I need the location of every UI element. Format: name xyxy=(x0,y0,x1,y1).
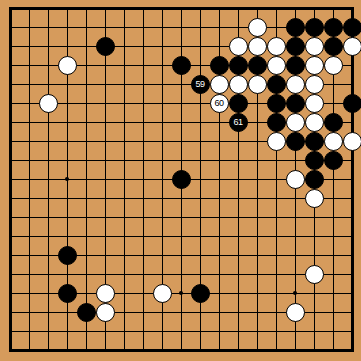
intersection[interactable] xyxy=(20,56,39,75)
intersection[interactable] xyxy=(267,0,286,18)
intersection[interactable] xyxy=(77,37,96,56)
intersection[interactable] xyxy=(343,94,361,113)
intersection[interactable] xyxy=(229,208,248,227)
intersection[interactable] xyxy=(172,0,191,18)
intersection[interactable] xyxy=(39,0,58,18)
intersection[interactable] xyxy=(172,18,191,37)
intersection[interactable] xyxy=(20,265,39,284)
intersection[interactable] xyxy=(172,189,191,208)
intersection[interactable] xyxy=(115,37,134,56)
intersection[interactable] xyxy=(248,132,267,151)
intersection[interactable] xyxy=(77,113,96,132)
intersection[interactable] xyxy=(210,56,229,75)
intersection[interactable] xyxy=(39,132,58,151)
intersection[interactable] xyxy=(324,265,343,284)
intersection[interactable] xyxy=(229,132,248,151)
intersection[interactable] xyxy=(191,303,210,322)
intersection[interactable] xyxy=(58,151,77,170)
intersection[interactable] xyxy=(58,341,77,360)
intersection[interactable] xyxy=(134,37,153,56)
intersection[interactable] xyxy=(305,18,324,37)
intersection[interactable] xyxy=(248,170,267,189)
intersection[interactable] xyxy=(248,208,267,227)
intersection[interactable] xyxy=(305,303,324,322)
intersection[interactable] xyxy=(96,37,115,56)
intersection[interactable] xyxy=(1,75,20,94)
intersection[interactable] xyxy=(96,0,115,18)
intersection[interactable] xyxy=(267,170,286,189)
intersection[interactable] xyxy=(115,208,134,227)
intersection[interactable] xyxy=(267,303,286,322)
intersection[interactable] xyxy=(172,208,191,227)
intersection[interactable] xyxy=(191,227,210,246)
intersection[interactable] xyxy=(134,0,153,18)
intersection[interactable] xyxy=(58,113,77,132)
intersection[interactable] xyxy=(324,227,343,246)
intersection[interactable] xyxy=(115,56,134,75)
intersection[interactable] xyxy=(172,284,191,303)
intersection[interactable] xyxy=(172,341,191,360)
intersection[interactable] xyxy=(115,265,134,284)
intersection[interactable] xyxy=(343,0,361,18)
intersection[interactable] xyxy=(229,170,248,189)
intersection[interactable] xyxy=(115,246,134,265)
intersection[interactable] xyxy=(58,75,77,94)
intersection[interactable] xyxy=(343,132,361,151)
intersection[interactable] xyxy=(286,0,305,18)
intersection[interactable] xyxy=(153,208,172,227)
intersection[interactable] xyxy=(96,208,115,227)
intersection[interactable] xyxy=(39,170,58,189)
intersection[interactable] xyxy=(286,322,305,341)
intersection[interactable] xyxy=(20,151,39,170)
intersection[interactable] xyxy=(286,18,305,37)
intersection[interactable] xyxy=(191,322,210,341)
intersection[interactable] xyxy=(248,75,267,94)
intersection[interactable] xyxy=(115,132,134,151)
intersection[interactable] xyxy=(324,0,343,18)
intersection[interactable] xyxy=(286,246,305,265)
intersection[interactable] xyxy=(153,56,172,75)
intersection[interactable] xyxy=(1,132,20,151)
intersection[interactable] xyxy=(210,284,229,303)
intersection[interactable] xyxy=(1,94,20,113)
intersection[interactable] xyxy=(1,56,20,75)
intersection[interactable] xyxy=(229,322,248,341)
intersection[interactable] xyxy=(1,303,20,322)
intersection[interactable] xyxy=(115,94,134,113)
intersection[interactable] xyxy=(115,227,134,246)
intersection[interactable] xyxy=(324,322,343,341)
intersection[interactable] xyxy=(1,37,20,56)
intersection[interactable]: 59 xyxy=(191,75,210,94)
intersection[interactable] xyxy=(248,0,267,18)
intersection[interactable] xyxy=(191,265,210,284)
intersection[interactable] xyxy=(153,18,172,37)
intersection[interactable] xyxy=(343,18,361,37)
intersection[interactable] xyxy=(324,37,343,56)
intersection[interactable] xyxy=(172,303,191,322)
intersection[interactable] xyxy=(77,189,96,208)
intersection[interactable] xyxy=(58,265,77,284)
intersection[interactable] xyxy=(286,170,305,189)
intersection[interactable] xyxy=(286,208,305,227)
intersection[interactable] xyxy=(39,208,58,227)
intersection[interactable] xyxy=(305,341,324,360)
intersection[interactable] xyxy=(77,227,96,246)
intersection[interactable] xyxy=(134,113,153,132)
intersection[interactable] xyxy=(343,56,361,75)
intersection[interactable] xyxy=(191,94,210,113)
intersection[interactable] xyxy=(267,189,286,208)
intersection[interactable] xyxy=(20,284,39,303)
intersection[interactable] xyxy=(343,265,361,284)
intersection[interactable] xyxy=(191,341,210,360)
intersection[interactable] xyxy=(210,37,229,56)
intersection[interactable] xyxy=(58,246,77,265)
intersection[interactable] xyxy=(20,132,39,151)
intersection[interactable] xyxy=(286,94,305,113)
intersection[interactable] xyxy=(115,151,134,170)
intersection[interactable] xyxy=(115,341,134,360)
intersection[interactable] xyxy=(267,227,286,246)
intersection[interactable] xyxy=(305,189,324,208)
intersection[interactable] xyxy=(134,322,153,341)
intersection[interactable] xyxy=(324,151,343,170)
intersection[interactable] xyxy=(343,208,361,227)
intersection[interactable] xyxy=(96,303,115,322)
intersection[interactable] xyxy=(191,170,210,189)
intersection[interactable] xyxy=(267,322,286,341)
intersection[interactable] xyxy=(324,170,343,189)
intersection[interactable] xyxy=(286,341,305,360)
intersection[interactable] xyxy=(286,151,305,170)
intersection[interactable] xyxy=(134,284,153,303)
intersection[interactable] xyxy=(343,113,361,132)
intersection[interactable] xyxy=(286,303,305,322)
intersection[interactable] xyxy=(39,246,58,265)
intersection[interactable] xyxy=(39,265,58,284)
intersection[interactable] xyxy=(305,246,324,265)
intersection[interactable] xyxy=(96,246,115,265)
intersection[interactable] xyxy=(96,265,115,284)
intersection[interactable] xyxy=(153,75,172,94)
intersection[interactable] xyxy=(286,227,305,246)
intersection[interactable] xyxy=(248,284,267,303)
intersection[interactable] xyxy=(210,265,229,284)
intersection[interactable] xyxy=(58,303,77,322)
intersection[interactable] xyxy=(172,75,191,94)
intersection[interactable] xyxy=(210,322,229,341)
intersection[interactable] xyxy=(191,246,210,265)
intersection[interactable] xyxy=(153,246,172,265)
intersection[interactable] xyxy=(286,113,305,132)
intersection[interactable] xyxy=(134,303,153,322)
intersection[interactable] xyxy=(115,18,134,37)
intersection[interactable] xyxy=(1,208,20,227)
intersection[interactable] xyxy=(324,56,343,75)
intersection[interactable] xyxy=(20,113,39,132)
intersection[interactable] xyxy=(248,246,267,265)
intersection[interactable] xyxy=(39,113,58,132)
intersection[interactable] xyxy=(248,56,267,75)
intersection[interactable] xyxy=(115,303,134,322)
intersection[interactable] xyxy=(172,246,191,265)
intersection[interactable] xyxy=(248,113,267,132)
intersection[interactable] xyxy=(305,284,324,303)
intersection[interactable] xyxy=(229,18,248,37)
intersection[interactable] xyxy=(343,246,361,265)
intersection[interactable] xyxy=(134,75,153,94)
intersection[interactable] xyxy=(134,56,153,75)
intersection[interactable] xyxy=(267,56,286,75)
intersection[interactable] xyxy=(324,132,343,151)
intersection[interactable] xyxy=(172,322,191,341)
intersection[interactable] xyxy=(96,284,115,303)
intersection[interactable] xyxy=(267,18,286,37)
intersection[interactable] xyxy=(153,265,172,284)
intersection[interactable] xyxy=(324,189,343,208)
intersection[interactable] xyxy=(77,265,96,284)
intersection[interactable] xyxy=(229,37,248,56)
intersection[interactable] xyxy=(229,56,248,75)
intersection[interactable] xyxy=(96,322,115,341)
intersection[interactable] xyxy=(96,132,115,151)
intersection[interactable] xyxy=(96,170,115,189)
intersection[interactable] xyxy=(286,75,305,94)
intersection[interactable] xyxy=(1,151,20,170)
intersection[interactable] xyxy=(58,94,77,113)
intersection[interactable] xyxy=(343,303,361,322)
intersection[interactable] xyxy=(20,75,39,94)
intersection[interactable] xyxy=(20,170,39,189)
intersection[interactable] xyxy=(286,189,305,208)
intersection[interactable] xyxy=(324,246,343,265)
intersection[interactable] xyxy=(229,151,248,170)
intersection[interactable] xyxy=(172,37,191,56)
intersection[interactable] xyxy=(267,132,286,151)
intersection[interactable] xyxy=(153,322,172,341)
intersection[interactable] xyxy=(1,284,20,303)
intersection[interactable] xyxy=(1,18,20,37)
intersection[interactable] xyxy=(20,341,39,360)
intersection[interactable] xyxy=(324,94,343,113)
intersection[interactable] xyxy=(134,189,153,208)
intersection[interactable] xyxy=(153,170,172,189)
intersection[interactable] xyxy=(210,246,229,265)
intersection[interactable]: 61 xyxy=(229,113,248,132)
intersection[interactable] xyxy=(77,284,96,303)
intersection[interactable] xyxy=(324,18,343,37)
intersection[interactable] xyxy=(77,246,96,265)
intersection[interactable] xyxy=(1,189,20,208)
intersection[interactable] xyxy=(96,341,115,360)
intersection[interactable] xyxy=(153,113,172,132)
intersection[interactable] xyxy=(210,113,229,132)
intersection[interactable] xyxy=(343,189,361,208)
intersection[interactable] xyxy=(20,322,39,341)
intersection[interactable] xyxy=(39,189,58,208)
intersection[interactable] xyxy=(305,56,324,75)
intersection[interactable] xyxy=(305,322,324,341)
intersection[interactable] xyxy=(210,151,229,170)
intersection[interactable] xyxy=(77,341,96,360)
intersection[interactable] xyxy=(96,113,115,132)
intersection[interactable] xyxy=(39,322,58,341)
intersection[interactable] xyxy=(248,37,267,56)
intersection[interactable] xyxy=(343,227,361,246)
intersection[interactable] xyxy=(305,0,324,18)
intersection[interactable] xyxy=(58,284,77,303)
intersection[interactable] xyxy=(286,265,305,284)
intersection[interactable] xyxy=(267,75,286,94)
intersection[interactable] xyxy=(343,284,361,303)
intersection[interactable] xyxy=(248,189,267,208)
intersection[interactable] xyxy=(134,341,153,360)
intersection[interactable] xyxy=(286,37,305,56)
intersection[interactable] xyxy=(286,132,305,151)
intersection[interactable] xyxy=(77,303,96,322)
intersection[interactable] xyxy=(324,208,343,227)
intersection[interactable] xyxy=(96,227,115,246)
intersection[interactable] xyxy=(58,37,77,56)
intersection[interactable] xyxy=(305,132,324,151)
intersection[interactable] xyxy=(153,341,172,360)
intersection[interactable] xyxy=(153,303,172,322)
intersection[interactable] xyxy=(343,341,361,360)
intersection[interactable] xyxy=(77,132,96,151)
intersection[interactable] xyxy=(77,322,96,341)
intersection[interactable] xyxy=(172,170,191,189)
intersection[interactable] xyxy=(343,37,361,56)
intersection[interactable] xyxy=(134,132,153,151)
intersection[interactable] xyxy=(1,113,20,132)
intersection[interactable] xyxy=(267,151,286,170)
intersection[interactable] xyxy=(58,0,77,18)
intersection[interactable] xyxy=(1,170,20,189)
intersection[interactable] xyxy=(191,284,210,303)
intersection[interactable] xyxy=(115,170,134,189)
intersection[interactable] xyxy=(324,341,343,360)
intersection[interactable] xyxy=(267,265,286,284)
intersection[interactable] xyxy=(286,284,305,303)
intersection[interactable] xyxy=(58,170,77,189)
intersection[interactable] xyxy=(210,341,229,360)
intersection[interactable] xyxy=(286,56,305,75)
intersection[interactable] xyxy=(20,189,39,208)
intersection[interactable] xyxy=(229,284,248,303)
intersection[interactable] xyxy=(229,94,248,113)
intersection[interactable] xyxy=(210,303,229,322)
intersection[interactable] xyxy=(305,265,324,284)
intersection[interactable] xyxy=(39,75,58,94)
intersection[interactable] xyxy=(39,56,58,75)
intersection[interactable] xyxy=(1,265,20,284)
intersection[interactable] xyxy=(134,94,153,113)
intersection[interactable] xyxy=(305,94,324,113)
intersection[interactable] xyxy=(210,170,229,189)
intersection[interactable] xyxy=(305,113,324,132)
intersection[interactable] xyxy=(96,75,115,94)
intersection[interactable] xyxy=(248,94,267,113)
intersection[interactable] xyxy=(305,151,324,170)
intersection[interactable] xyxy=(77,208,96,227)
intersection[interactable] xyxy=(58,18,77,37)
intersection[interactable] xyxy=(96,151,115,170)
intersection[interactable] xyxy=(248,265,267,284)
intersection[interactable] xyxy=(96,189,115,208)
intersection[interactable] xyxy=(229,265,248,284)
intersection[interactable] xyxy=(39,151,58,170)
intersection[interactable] xyxy=(267,284,286,303)
intersection[interactable] xyxy=(210,0,229,18)
intersection[interactable] xyxy=(58,56,77,75)
intersection[interactable] xyxy=(191,151,210,170)
intersection[interactable] xyxy=(39,341,58,360)
intersection[interactable] xyxy=(172,113,191,132)
intersection[interactable] xyxy=(267,94,286,113)
intersection[interactable] xyxy=(77,94,96,113)
intersection[interactable] xyxy=(77,151,96,170)
intersection[interactable] xyxy=(115,284,134,303)
intersection[interactable] xyxy=(229,341,248,360)
intersection[interactable] xyxy=(1,0,20,18)
intersection[interactable]: 60 xyxy=(210,94,229,113)
intersection[interactable] xyxy=(172,151,191,170)
intersection[interactable] xyxy=(324,284,343,303)
intersection[interactable] xyxy=(115,75,134,94)
intersection[interactable] xyxy=(172,94,191,113)
intersection[interactable] xyxy=(172,227,191,246)
intersection[interactable] xyxy=(39,94,58,113)
intersection[interactable] xyxy=(153,284,172,303)
intersection[interactable] xyxy=(134,18,153,37)
intersection[interactable] xyxy=(191,37,210,56)
intersection[interactable] xyxy=(134,265,153,284)
intersection[interactable] xyxy=(134,246,153,265)
intersection[interactable] xyxy=(77,75,96,94)
intersection[interactable] xyxy=(39,37,58,56)
intersection[interactable] xyxy=(134,227,153,246)
intersection[interactable] xyxy=(58,189,77,208)
intersection[interactable] xyxy=(39,227,58,246)
intersection[interactable] xyxy=(77,0,96,18)
intersection[interactable] xyxy=(267,208,286,227)
intersection[interactable] xyxy=(153,94,172,113)
intersection[interactable] xyxy=(191,113,210,132)
intersection[interactable] xyxy=(20,94,39,113)
intersection[interactable] xyxy=(229,246,248,265)
intersection[interactable] xyxy=(20,246,39,265)
intersection[interactable] xyxy=(210,132,229,151)
intersection[interactable] xyxy=(20,37,39,56)
intersection[interactable] xyxy=(20,227,39,246)
intersection[interactable] xyxy=(191,208,210,227)
intersection[interactable] xyxy=(343,322,361,341)
intersection[interactable] xyxy=(210,189,229,208)
intersection[interactable] xyxy=(153,132,172,151)
intersection[interactable] xyxy=(20,0,39,18)
intersection[interactable] xyxy=(172,265,191,284)
intersection[interactable] xyxy=(134,208,153,227)
intersection[interactable] xyxy=(96,18,115,37)
intersection[interactable] xyxy=(20,18,39,37)
intersection[interactable] xyxy=(1,227,20,246)
intersection[interactable] xyxy=(172,56,191,75)
intersection[interactable] xyxy=(229,189,248,208)
intersection[interactable] xyxy=(343,151,361,170)
intersection[interactable] xyxy=(248,322,267,341)
